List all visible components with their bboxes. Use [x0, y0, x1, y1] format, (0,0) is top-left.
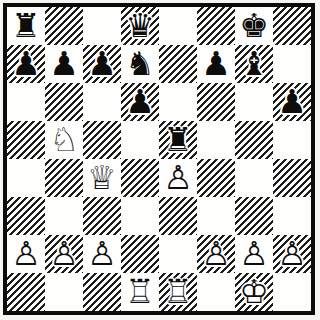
square-h4 [273, 159, 311, 197]
square-h8 [273, 7, 311, 45]
square-b2: ♟♙ [45, 235, 83, 273]
square-e8 [159, 7, 197, 45]
piece-halo: ♟ [273, 235, 311, 273]
piece-black-knight: ♞ [121, 45, 159, 83]
square-a7: ♟♟ [7, 45, 45, 83]
piece-white-rook: ♖ [121, 273, 159, 311]
piece-halo: ♜ [159, 121, 197, 159]
piece-black-pawn: ♟ [7, 45, 45, 83]
piece-halo: ♟ [235, 235, 273, 273]
piece-black-bishop: ♝ [235, 45, 273, 83]
square-g6 [235, 83, 273, 121]
square-f3 [197, 197, 235, 235]
chess-board: ♜♜♛♛♚♚♟♟♟♟♟♟♞♞♟♟♝♝♟♟♟♟♞♘♜♜♛♕♟♙♟♙♟♙♟♙♟♙♟♙… [7, 7, 311, 311]
square-d2 [121, 235, 159, 273]
piece-halo: ♟ [7, 45, 45, 83]
piece-white-knight: ♘ [45, 121, 83, 159]
piece-black-pawn: ♟ [45, 45, 83, 83]
square-b7: ♟♟ [45, 45, 83, 83]
square-c1 [83, 273, 121, 311]
piece-white-pawn: ♙ [197, 235, 235, 273]
piece-black-pawn: ♟ [197, 45, 235, 83]
square-g5 [235, 121, 273, 159]
square-a2: ♟♙ [7, 235, 45, 273]
piece-halo: ♟ [159, 159, 197, 197]
square-h1 [273, 273, 311, 311]
piece-halo: ♟ [83, 235, 121, 273]
square-g8: ♚♚ [235, 7, 273, 45]
square-h3 [273, 197, 311, 235]
square-g4 [235, 159, 273, 197]
square-c5 [83, 121, 121, 159]
square-f8 [197, 7, 235, 45]
piece-black-pawn: ♟ [273, 83, 311, 121]
square-h2: ♟♙ [273, 235, 311, 273]
piece-halo: ♛ [121, 7, 159, 45]
square-c4: ♛♕ [83, 159, 121, 197]
piece-black-rook: ♜ [159, 121, 197, 159]
piece-black-king: ♚ [235, 7, 273, 45]
piece-white-pawn: ♙ [45, 235, 83, 273]
piece-halo: ♟ [83, 45, 121, 83]
square-c6 [83, 83, 121, 121]
piece-white-pawn: ♙ [273, 235, 311, 273]
square-d7: ♞♞ [121, 45, 159, 83]
square-e4: ♟♙ [159, 159, 197, 197]
square-a8: ♜♜ [7, 7, 45, 45]
square-c3 [83, 197, 121, 235]
piece-halo: ♟ [197, 235, 235, 273]
piece-black-queen: ♛ [121, 7, 159, 45]
piece-black-pawn: ♟ [121, 83, 159, 121]
square-f4 [197, 159, 235, 197]
piece-halo: ♚ [235, 273, 273, 311]
piece-halo: ♟ [121, 83, 159, 121]
square-c8 [83, 7, 121, 45]
square-g7: ♝♝ [235, 45, 273, 83]
piece-halo: ♟ [45, 235, 83, 273]
piece-halo: ♜ [7, 7, 45, 45]
square-d1: ♜♖ [121, 273, 159, 311]
square-e3 [159, 197, 197, 235]
piece-white-rook: ♖ [159, 273, 197, 311]
chess-board-diagram: ♜♜♛♛♚♚♟♟♟♟♟♟♞♞♟♟♝♝♟♟♟♟♞♘♜♜♛♕♟♙♟♙♟♙♟♙♟♙♟♙… [0, 0, 320, 320]
piece-halo: ♚ [235, 7, 273, 45]
square-a1 [7, 273, 45, 311]
piece-black-pawn: ♟ [83, 45, 121, 83]
piece-halo: ♟ [7, 235, 45, 273]
square-d3 [121, 197, 159, 235]
square-e1: ♜♖ [159, 273, 197, 311]
piece-halo: ♟ [197, 45, 235, 83]
square-f7: ♟♟ [197, 45, 235, 83]
piece-halo: ♟ [45, 45, 83, 83]
square-e2 [159, 235, 197, 273]
square-b8 [45, 7, 83, 45]
square-a5 [7, 121, 45, 159]
square-f6 [197, 83, 235, 121]
square-h5 [273, 121, 311, 159]
square-c7: ♟♟ [83, 45, 121, 83]
square-b6 [45, 83, 83, 121]
piece-white-pawn: ♙ [159, 159, 197, 197]
square-a6 [7, 83, 45, 121]
piece-white-queen: ♕ [83, 159, 121, 197]
square-d8: ♛♛ [121, 7, 159, 45]
square-h7 [273, 45, 311, 83]
square-b1 [45, 273, 83, 311]
square-e6 [159, 83, 197, 121]
square-a4 [7, 159, 45, 197]
square-c2: ♟♙ [83, 235, 121, 273]
square-d5 [121, 121, 159, 159]
piece-white-pawn: ♙ [7, 235, 45, 273]
square-f1 [197, 273, 235, 311]
square-e5: ♜♜ [159, 121, 197, 159]
piece-halo: ♞ [121, 45, 159, 83]
piece-white-king: ♔ [235, 273, 273, 311]
square-f5 [197, 121, 235, 159]
piece-halo: ♜ [159, 273, 197, 311]
square-b3 [45, 197, 83, 235]
square-d4 [121, 159, 159, 197]
square-a3 [7, 197, 45, 235]
square-g1: ♚♔ [235, 273, 273, 311]
square-b4 [45, 159, 83, 197]
piece-halo: ♝ [235, 45, 273, 83]
piece-black-rook: ♜ [7, 7, 45, 45]
piece-halo: ♞ [45, 121, 83, 159]
square-g3 [235, 197, 273, 235]
piece-halo: ♟ [273, 83, 311, 121]
square-d6: ♟♟ [121, 83, 159, 121]
piece-halo: ♜ [121, 273, 159, 311]
piece-halo: ♛ [83, 159, 121, 197]
board-frame: ♜♜♛♛♚♚♟♟♟♟♟♟♞♞♟♟♝♝♟♟♟♟♞♘♜♜♛♕♟♙♟♙♟♙♟♙♟♙♟♙… [3, 3, 315, 315]
square-e7 [159, 45, 197, 83]
square-f2: ♟♙ [197, 235, 235, 273]
square-g2: ♟♙ [235, 235, 273, 273]
square-h6: ♟♟ [273, 83, 311, 121]
square-b5: ♞♘ [45, 121, 83, 159]
piece-white-pawn: ♙ [235, 235, 273, 273]
piece-white-pawn: ♙ [83, 235, 121, 273]
